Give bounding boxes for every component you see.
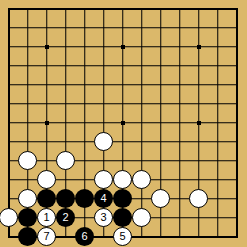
star-point	[45, 45, 49, 49]
white-stone	[189, 189, 208, 208]
black-stone	[113, 189, 132, 208]
white-stone	[37, 170, 56, 189]
white-stone-move-3: 3	[94, 208, 113, 227]
star-point	[121, 45, 125, 49]
star-point	[121, 121, 125, 125]
white-stone	[18, 151, 37, 170]
white-stone	[151, 189, 170, 208]
white-stone-move-7: 7	[37, 227, 56, 246]
star-point	[45, 121, 49, 125]
white-stone	[0, 208, 18, 227]
black-stone	[113, 208, 132, 227]
black-stone-move-2: 2	[56, 208, 75, 227]
black-stone-move-6: 6	[75, 227, 94, 246]
board-grid: 4123765	[0, 0, 246, 246]
star-point	[197, 45, 201, 49]
white-stone	[94, 170, 113, 189]
white-stone	[132, 208, 151, 227]
white-stone	[113, 170, 132, 189]
black-stone	[18, 227, 37, 246]
white-stone-move-5: 5	[113, 227, 132, 246]
black-stone	[56, 189, 75, 208]
black-stone-move-4: 4	[94, 189, 113, 208]
go-board[interactable]: 4123765	[0, 0, 247, 247]
star-point	[197, 121, 201, 125]
black-stone	[37, 189, 56, 208]
white-stone	[56, 151, 75, 170]
black-stone	[75, 189, 94, 208]
white-stone-move-1: 1	[37, 208, 56, 227]
white-stone	[18, 189, 37, 208]
white-stone	[94, 132, 113, 151]
white-stone	[132, 170, 151, 189]
black-stone	[18, 208, 37, 227]
